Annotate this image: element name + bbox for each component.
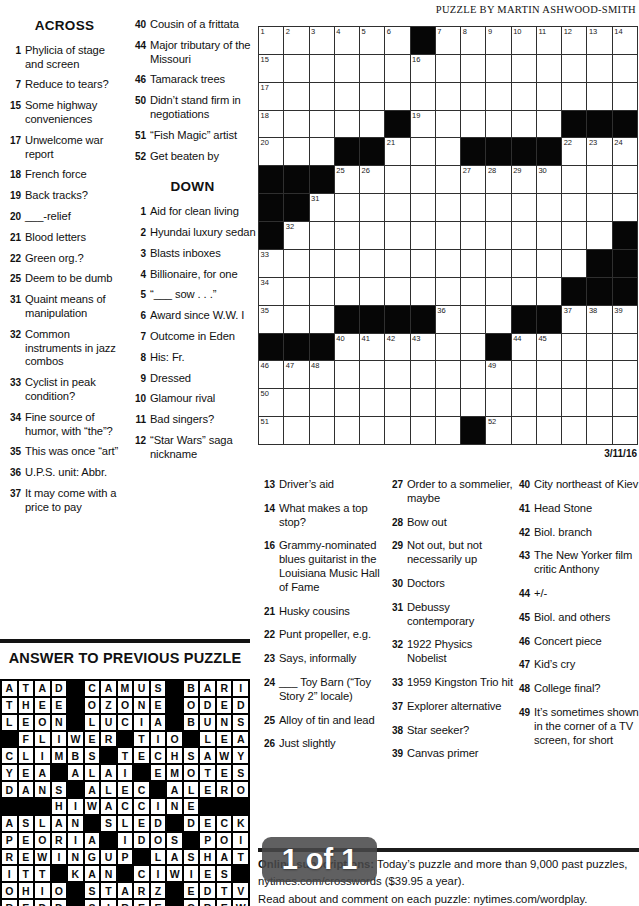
white-cell[interactable] [537, 55, 561, 82]
white-cell[interactable] [613, 334, 637, 361]
white-cell[interactable]: 45 [537, 334, 561, 361]
white-cell[interactable] [411, 83, 435, 110]
answer-letter-cell: D [151, 816, 166, 831]
white-cell[interactable]: 14 [613, 27, 637, 54]
clue-51-across: 51“Fish Magic” artist [129, 129, 256, 143]
answer-letter-cell: R [200, 900, 215, 906]
white-cell[interactable]: 46 [259, 361, 283, 388]
white-cell[interactable]: 25 [335, 166, 359, 193]
white-cell[interactable] [335, 361, 359, 388]
clues-column-2: 40Cousin of a frittata44Major tributary … [129, 18, 256, 469]
answer-letter-cell: B [184, 715, 199, 730]
answer-letter-cell: U [101, 715, 116, 730]
black-square [411, 27, 435, 54]
clue-number: 49 [513, 706, 534, 747]
white-cell[interactable] [436, 278, 460, 305]
white-cell[interactable] [310, 83, 334, 110]
clue-text: Debussy contemporary [407, 601, 513, 629]
clue-text: Tamarack trees [150, 73, 256, 87]
cell-number: 12 [564, 27, 572, 36]
white-cell[interactable] [537, 222, 561, 249]
white-cell[interactable] [360, 250, 384, 277]
white-cell[interactable]: 3 [310, 27, 334, 54]
white-cell[interactable] [587, 166, 611, 193]
answer-black-square [167, 816, 182, 831]
white-cell[interactable] [486, 83, 510, 110]
answer-black-square [118, 866, 133, 881]
clue-text: Quaint means of manipulation [25, 293, 125, 321]
clue-number: 21 [4, 231, 25, 245]
white-cell[interactable] [360, 83, 384, 110]
answer-letter-cell: S [233, 765, 248, 780]
white-cell[interactable] [537, 250, 561, 277]
answer-letter-cell: T [101, 883, 116, 898]
white-cell[interactable] [613, 166, 637, 193]
clue-7-across: 7Reduce to tears? [4, 78, 125, 92]
across-clues-column: ACROSS 1Phylicia of stage and screen7Red… [4, 18, 125, 522]
clue-text: Says, informally [279, 652, 386, 666]
answer-letter-cell: M [167, 765, 182, 780]
clue-text: 1922 Physics Nobelist [407, 638, 513, 666]
black-square [613, 250, 637, 277]
white-cell[interactable]: 35 [259, 306, 283, 333]
white-cell[interactable] [613, 83, 637, 110]
white-cell[interactable] [335, 250, 359, 277]
black-square [259, 222, 283, 249]
white-cell[interactable]: 44 [512, 334, 536, 361]
clue-number: 20 [4, 210, 25, 224]
answer-letter-cell: O [52, 883, 67, 898]
white-cell[interactable] [461, 111, 485, 138]
white-cell[interactable]: 17 [259, 83, 283, 110]
white-cell[interactable] [335, 194, 359, 221]
white-cell[interactable] [512, 361, 536, 388]
white-cell[interactable] [360, 278, 384, 305]
clue-7-down: 7Outcome in Eden [129, 330, 256, 344]
white-cell[interactable] [512, 55, 536, 82]
white-cell[interactable] [335, 222, 359, 249]
white-cell[interactable]: 42 [385, 334, 409, 361]
clue-number: 35 [4, 445, 25, 459]
clue-number: 4 [129, 268, 150, 282]
answer-letter-cell: E [217, 765, 232, 780]
white-cell[interactable] [436, 111, 460, 138]
white-cell[interactable] [310, 417, 334, 444]
white-cell[interactable] [562, 83, 586, 110]
clue-number: 27 [386, 478, 407, 506]
cell-number: 47 [286, 361, 294, 370]
answer-letter-cell: V [233, 883, 248, 898]
white-cell[interactable]: 32 [284, 222, 308, 249]
answer-letter-cell: L [200, 732, 215, 747]
white-cell[interactable] [385, 166, 409, 193]
white-cell[interactable] [436, 334, 460, 361]
white-cell[interactable] [385, 417, 409, 444]
white-cell[interactable]: 9 [486, 27, 510, 54]
answer-letter-cell: E [200, 816, 215, 831]
answer-letter-cell: E [217, 732, 232, 747]
white-cell[interactable] [461, 83, 485, 110]
white-cell[interactable] [461, 306, 485, 333]
white-cell[interactable] [512, 389, 536, 416]
white-cell[interactable] [360, 111, 384, 138]
cell-number: 40 [336, 334, 344, 343]
white-cell[interactable]: 23 [587, 138, 611, 165]
white-cell[interactable] [562, 389, 586, 416]
white-cell[interactable] [436, 250, 460, 277]
white-cell[interactable] [385, 389, 409, 416]
white-cell[interactable] [613, 194, 637, 221]
answer-letter-cell: D [233, 698, 248, 713]
white-cell[interactable] [562, 334, 586, 361]
clue-19-across: 19Back tracks? [4, 189, 125, 203]
white-cell[interactable] [360, 222, 384, 249]
white-cell[interactable] [587, 194, 611, 221]
white-cell[interactable] [562, 361, 586, 388]
white-cell[interactable] [411, 361, 435, 388]
white-cell[interactable] [411, 417, 435, 444]
answer-letter-cell: N [68, 850, 83, 865]
white-cell[interactable] [360, 389, 384, 416]
white-cell[interactable]: 24 [613, 138, 637, 165]
white-cell[interactable] [486, 111, 510, 138]
white-cell[interactable] [411, 389, 435, 416]
white-cell[interactable] [385, 361, 409, 388]
white-cell[interactable] [335, 83, 359, 110]
white-cell[interactable] [284, 138, 308, 165]
white-cell[interactable] [512, 417, 536, 444]
white-cell[interactable] [385, 250, 409, 277]
white-cell[interactable]: 21 [385, 138, 409, 165]
cell-number: 28 [488, 166, 496, 175]
black-square [562, 278, 586, 305]
white-cell[interactable]: 47 [284, 361, 308, 388]
answer-letter-cell: L [35, 816, 50, 831]
white-cell[interactable] [385, 83, 409, 110]
white-cell[interactable] [411, 194, 435, 221]
white-cell[interactable] [486, 306, 510, 333]
white-cell[interactable] [436, 83, 460, 110]
white-cell[interactable] [360, 361, 384, 388]
white-cell[interactable] [284, 111, 308, 138]
white-cell[interactable] [537, 83, 561, 110]
white-cell[interactable] [310, 278, 334, 305]
white-cell[interactable]: 38 [587, 306, 611, 333]
answer-letter-cell: A [2, 816, 17, 831]
white-cell[interactable]: 4 [335, 27, 359, 54]
white-cell[interactable] [512, 111, 536, 138]
white-cell[interactable] [411, 222, 435, 249]
white-cell[interactable] [360, 417, 384, 444]
white-cell[interactable] [537, 417, 561, 444]
white-cell[interactable] [486, 55, 510, 82]
white-cell[interactable]: 16 [411, 55, 435, 82]
clue-number: 14 [258, 502, 279, 530]
white-cell[interactable] [537, 389, 561, 416]
white-cell[interactable] [385, 194, 409, 221]
white-cell[interactable] [411, 166, 435, 193]
white-cell[interactable] [486, 278, 510, 305]
answer-letter-cell: E [184, 799, 199, 814]
white-cell[interactable] [360, 55, 384, 82]
clue-37-down: 37Explorer alternative [386, 700, 513, 714]
white-cell[interactable]: 22 [562, 138, 586, 165]
white-cell[interactable] [486, 389, 510, 416]
white-cell[interactable] [436, 166, 460, 193]
white-cell[interactable] [335, 278, 359, 305]
white-cell[interactable]: 37 [562, 306, 586, 333]
white-cell[interactable] [613, 389, 637, 416]
white-cell[interactable] [284, 417, 308, 444]
white-cell[interactable] [310, 138, 334, 165]
white-cell[interactable] [486, 250, 510, 277]
white-cell[interactable]: 7 [436, 27, 460, 54]
white-cell[interactable] [587, 417, 611, 444]
answer-letter-cell: R [217, 782, 232, 797]
clue-21-down: 21Husky cousins [258, 605, 386, 619]
answer-letter-cell: S [85, 883, 100, 898]
white-cell[interactable]: 29 [512, 166, 536, 193]
white-cell[interactable] [310, 306, 334, 333]
answer-letter-cell: E [85, 732, 100, 747]
white-cell[interactable] [537, 278, 561, 305]
white-cell[interactable] [310, 250, 334, 277]
white-cell[interactable]: 28 [486, 166, 510, 193]
clue-number: 46 [129, 73, 150, 87]
clue-26-down: 26Just slightly [258, 737, 386, 751]
white-cell[interactable]: 51 [259, 417, 283, 444]
white-cell[interactable] [486, 222, 510, 249]
answer-black-square [217, 799, 232, 814]
white-cell[interactable] [461, 222, 485, 249]
white-cell[interactable] [587, 55, 611, 82]
cell-number: 29 [513, 166, 521, 175]
white-cell[interactable]: 2 [284, 27, 308, 54]
white-cell[interactable]: 49 [486, 361, 510, 388]
white-cell[interactable]: 18 [259, 111, 283, 138]
white-cell[interactable]: 13 [587, 27, 611, 54]
clue-number: 31 [386, 601, 407, 629]
white-cell[interactable] [335, 55, 359, 82]
white-cell[interactable]: 26 [360, 166, 384, 193]
cell-number: 31 [311, 194, 319, 203]
clue-number: 26 [258, 737, 279, 751]
white-cell[interactable]: 52 [486, 417, 510, 444]
answer-letter-cell: B [184, 681, 199, 696]
clue-14-down: 14What makes a top stop? [258, 502, 386, 530]
white-cell[interactable]: 48 [310, 361, 334, 388]
answer-letter-cell: E [184, 883, 199, 898]
clue-number: 2 [129, 226, 150, 240]
white-cell[interactable]: 27 [461, 166, 485, 193]
white-cell[interactable] [436, 389, 460, 416]
white-cell[interactable] [436, 55, 460, 82]
white-cell[interactable]: 6 [385, 27, 409, 54]
white-cell[interactable] [284, 83, 308, 110]
answer-letter-cell: A [68, 765, 83, 780]
white-cell[interactable] [587, 334, 611, 361]
white-cell[interactable] [512, 194, 536, 221]
white-cell[interactable]: 36 [436, 306, 460, 333]
white-cell[interactable] [461, 194, 485, 221]
answer-letter-cell: G [184, 900, 199, 906]
white-cell[interactable]: 5 [360, 27, 384, 54]
cell-number: 8 [463, 27, 467, 36]
white-cell[interactable] [310, 55, 334, 82]
white-cell[interactable]: 19 [411, 111, 435, 138]
clue-37-across: 37It may come with a price to pay [4, 487, 125, 515]
clue-20-across: 20___-relief [4, 210, 125, 224]
white-cell[interactable] [587, 361, 611, 388]
white-cell[interactable] [436, 361, 460, 388]
white-cell[interactable] [436, 222, 460, 249]
white-cell[interactable] [385, 55, 409, 82]
answer-letter-cell: D [2, 782, 17, 797]
white-cell[interactable]: 39 [613, 306, 637, 333]
answer-letter-cell: O [35, 833, 50, 848]
clue-text: Canvas primer [407, 747, 513, 761]
white-cell[interactable] [335, 111, 359, 138]
answer-letter-cell: M [52, 748, 67, 763]
white-cell[interactable] [411, 278, 435, 305]
white-cell[interactable] [461, 389, 485, 416]
white-cell[interactable] [461, 361, 485, 388]
clue-text: Green org.? [25, 252, 125, 266]
white-cell[interactable] [461, 334, 485, 361]
white-cell[interactable] [613, 55, 637, 82]
white-cell[interactable] [284, 55, 308, 82]
cell-number: 15 [261, 55, 269, 64]
cell-number: 9 [488, 27, 492, 36]
white-cell[interactable] [562, 250, 586, 277]
white-cell[interactable] [512, 250, 536, 277]
white-cell[interactable]: 30 [537, 166, 561, 193]
page-count-badge: 1 of 1 [262, 837, 377, 882]
white-cell[interactable] [436, 194, 460, 221]
white-cell[interactable]: 1 [259, 27, 283, 54]
answer-black-square [68, 883, 83, 898]
clue-text: Unwelcome war report [25, 134, 125, 162]
clue-number: 30 [386, 577, 407, 591]
white-cell[interactable]: 40 [335, 334, 359, 361]
white-cell[interactable] [486, 194, 510, 221]
white-cell[interactable] [587, 83, 611, 110]
white-cell[interactable] [562, 417, 586, 444]
answer-letter-cell: I [52, 732, 67, 747]
white-cell[interactable] [411, 138, 435, 165]
answer-letter-cell: A [101, 799, 116, 814]
white-cell[interactable] [461, 250, 485, 277]
white-cell[interactable] [385, 222, 409, 249]
cell-number: 37 [564, 306, 572, 315]
white-cell[interactable] [562, 194, 586, 221]
white-cell[interactable] [461, 278, 485, 305]
answer-letter-cell: A [118, 883, 133, 898]
white-cell[interactable] [436, 417, 460, 444]
white-cell[interactable]: 43 [411, 334, 435, 361]
white-cell[interactable] [537, 194, 561, 221]
answer-letter-cell: C [118, 715, 133, 730]
white-cell[interactable]: 33 [259, 250, 283, 277]
white-cell[interactable] [562, 166, 586, 193]
white-cell[interactable] [613, 417, 637, 444]
cell-number: 50 [261, 389, 269, 398]
white-cell[interactable]: 15 [259, 55, 283, 82]
white-cell[interactable] [587, 389, 611, 416]
white-cell[interactable]: 34 [259, 278, 283, 305]
answer-letter-cell: A [85, 833, 100, 848]
answer-letter-cell: L [85, 715, 100, 730]
answer-letter-cell: D [35, 900, 50, 906]
white-cell[interactable] [436, 138, 460, 165]
white-cell[interactable]: 8 [461, 27, 485, 54]
white-cell[interactable] [284, 250, 308, 277]
answer-letter-cell: I [134, 715, 149, 730]
white-cell[interactable] [310, 389, 334, 416]
white-cell[interactable] [613, 361, 637, 388]
white-cell[interactable]: 12 [562, 27, 586, 54]
cell-number: 49 [488, 361, 496, 370]
white-cell[interactable] [310, 222, 334, 249]
black-square [335, 306, 359, 333]
white-cell[interactable] [461, 55, 485, 82]
clue-38-down: 38Star seeker? [386, 724, 513, 738]
answer-letter-cell: E [52, 698, 67, 713]
answer-letter-cell: D [184, 816, 199, 831]
answer-letter-cell: K [68, 866, 83, 881]
white-cell[interactable] [360, 194, 384, 221]
white-cell[interactable] [284, 278, 308, 305]
cell-number: 22 [564, 138, 572, 147]
clue-number: 10 [129, 392, 150, 406]
cell-number: 38 [589, 306, 597, 315]
white-cell[interactable] [284, 389, 308, 416]
clue-25-across: 25Deem to be dumb [4, 272, 125, 286]
white-cell[interactable] [385, 278, 409, 305]
cell-number: 33 [261, 250, 269, 259]
white-cell[interactable] [512, 83, 536, 110]
white-cell[interactable] [537, 111, 561, 138]
white-cell[interactable] [562, 55, 586, 82]
clue-52-across: 52Get beaten by [129, 150, 256, 164]
white-cell[interactable] [587, 222, 611, 249]
answer-letter-cell: N [134, 698, 149, 713]
white-cell[interactable] [335, 389, 359, 416]
clue-number: 38 [386, 724, 407, 738]
answer-letter-cell: O [2, 883, 17, 898]
white-cell[interactable] [284, 306, 308, 333]
white-cell[interactable] [335, 417, 359, 444]
white-cell[interactable] [512, 278, 536, 305]
white-cell[interactable] [310, 111, 334, 138]
answer-letter-cell: I [68, 799, 83, 814]
answer-letter-cell: S [184, 850, 199, 865]
white-cell[interactable]: 50 [259, 389, 283, 416]
answer-letter-cell: T [35, 866, 50, 881]
white-cell[interactable] [562, 222, 586, 249]
clue-18-across: 18French force [4, 168, 125, 182]
white-cell[interactable]: 10 [512, 27, 536, 54]
answer-letter-cell: I [233, 833, 248, 848]
white-cell[interactable] [411, 250, 435, 277]
white-cell[interactable]: 41 [360, 334, 384, 361]
answer-black-square [68, 681, 83, 696]
white-cell[interactable]: 31 [310, 194, 334, 221]
white-cell[interactable]: 11 [537, 27, 561, 54]
white-cell[interactable]: 20 [259, 138, 283, 165]
white-cell[interactable] [537, 361, 561, 388]
white-cell[interactable] [512, 222, 536, 249]
